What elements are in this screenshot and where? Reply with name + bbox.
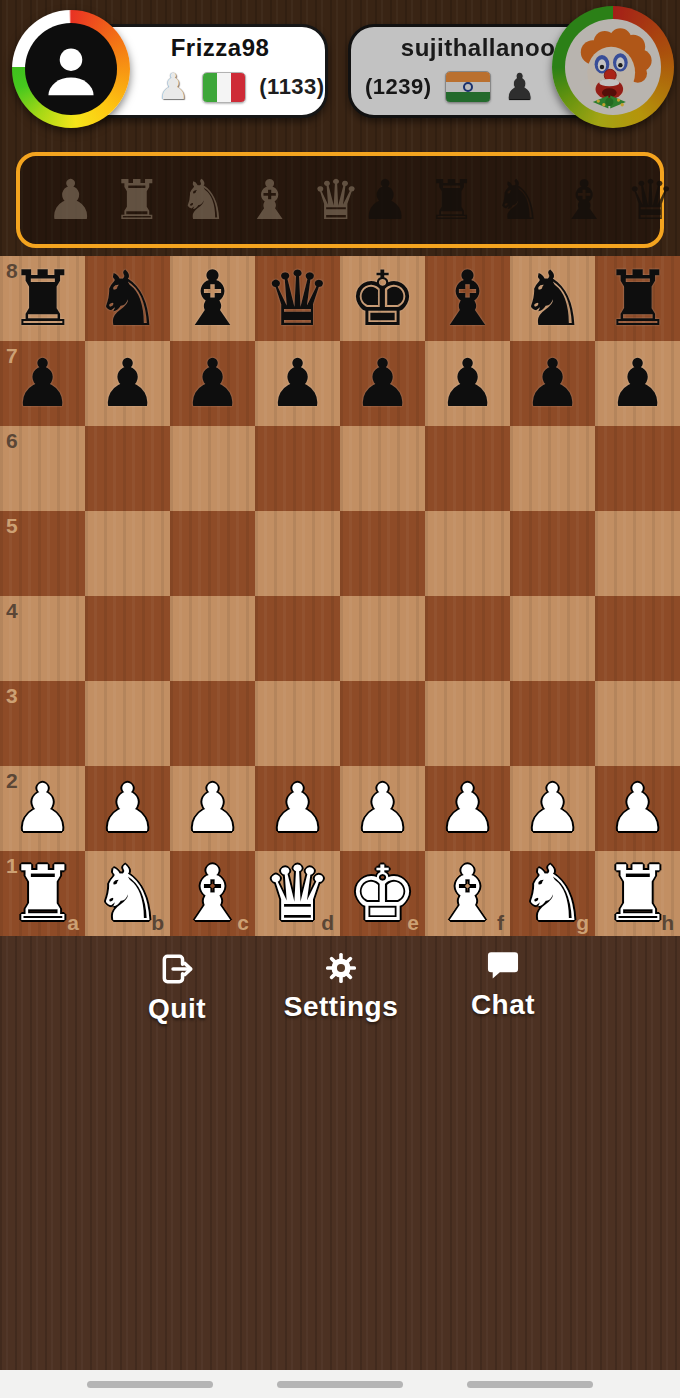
square-c1[interactable]: c♝: [170, 851, 255, 936]
piece-black-king[interactable]: ♚: [340, 256, 425, 341]
square-d7[interactable]: ♟: [255, 341, 340, 426]
settings-label: Settings: [284, 991, 398, 1023]
square-h2[interactable]: ♟: [595, 766, 680, 851]
square-c8[interactable]: ♝: [170, 256, 255, 341]
person-icon: [38, 36, 104, 102]
player-black-rating: (1239): [365, 74, 432, 100]
file-label-d: d: [321, 912, 334, 933]
square-f7[interactable]: ♟: [425, 341, 510, 426]
tray-ghost-white-knight: ♞: [179, 173, 228, 228]
square-g4[interactable]: [510, 596, 595, 681]
rank-label-1: 1: [6, 855, 18, 876]
square-a6[interactable]: 6: [0, 426, 85, 511]
square-d5[interactable]: [255, 511, 340, 596]
square-f1[interactable]: f♝: [425, 851, 510, 936]
file-label-h: h: [661, 912, 674, 933]
piece-black-bishop[interactable]: ♝: [170, 256, 255, 341]
square-b1[interactable]: b♞: [85, 851, 170, 936]
square-h4[interactable]: [595, 596, 680, 681]
square-b6[interactable]: [85, 426, 170, 511]
square-e8[interactable]: ♚: [340, 256, 425, 341]
rank-label-3: 3: [6, 685, 18, 706]
square-b4[interactable]: [85, 596, 170, 681]
square-b7[interactable]: ♟: [85, 341, 170, 426]
player-white-rating: (1133): [259, 74, 324, 100]
square-a7[interactable]: 7♟: [0, 341, 85, 426]
chess-app-screen: Frizza98 ♟ (1133) sujithallanoor (12: [0, 0, 680, 1398]
file-label-b: b: [151, 912, 164, 933]
piece-black-bishop[interactable]: ♝: [425, 256, 510, 341]
player-card-white[interactable]: Frizza98 ♟ (1133): [12, 10, 334, 134]
quit-label: Quit: [148, 993, 206, 1025]
captured-black-group: ♟♜♞♝♛: [361, 173, 676, 228]
captured-white-group: ♟♜♞♝♛: [46, 173, 361, 228]
black-pawn-side-icon: ♟: [504, 69, 536, 105]
tray-ghost-black-pawn: ♟: [361, 173, 410, 228]
square-b5[interactable]: [85, 511, 170, 596]
piece-black-rook[interactable]: ♜: [595, 256, 680, 341]
rank-label-6: 6: [6, 430, 18, 451]
white-pawn-side-icon: ♟: [157, 69, 189, 105]
chat-label: Chat: [471, 989, 535, 1021]
square-e2[interactable]: ♟: [340, 766, 425, 851]
square-d4[interactable]: [255, 596, 340, 681]
piece-black-pawn[interactable]: ♟: [340, 341, 425, 426]
square-d1[interactable]: d♛: [255, 851, 340, 936]
quit-button[interactable]: Quit: [102, 950, 252, 1025]
file-label-c: c: [237, 912, 249, 933]
square-e1[interactable]: e♚: [340, 851, 425, 936]
square-a4[interactable]: 4: [0, 596, 85, 681]
tray-ghost-black-queen: ♛: [626, 173, 675, 228]
tray-ghost-black-knight: ♞: [493, 173, 542, 228]
player-white-avatar[interactable]: [25, 23, 117, 115]
tray-ghost-black-rook: ♜: [427, 173, 476, 228]
captured-pieces-tray: ♟♜♞♝♛ ♟♜♞♝♛: [16, 152, 664, 248]
square-a1[interactable]: 1a♜: [0, 851, 85, 936]
rank-label-4: 4: [6, 600, 18, 621]
square-b2[interactable]: ♟: [85, 766, 170, 851]
square-a5[interactable]: 5: [0, 511, 85, 596]
square-h5[interactable]: [595, 511, 680, 596]
square-f6[interactable]: [425, 426, 510, 511]
rank-label-7: 7: [6, 345, 18, 366]
player-card-black[interactable]: sujithallanoor (1239) ♟: [348, 6, 674, 132]
square-e6[interactable]: [340, 426, 425, 511]
square-b8[interactable]: ♞: [85, 256, 170, 341]
nav-back-button[interactable]: [87, 1381, 213, 1388]
settings-button[interactable]: Settings: [266, 950, 416, 1023]
player-white-info-row: ♟ (1133): [157, 69, 325, 105]
piece-black-pawn[interactable]: ♟: [425, 341, 510, 426]
piece-black-knight[interactable]: ♞: [85, 256, 170, 341]
player-black-avatar[interactable]: [565, 19, 661, 115]
square-c2[interactable]: ♟: [170, 766, 255, 851]
square-h6[interactable]: [595, 426, 680, 511]
square-c7[interactable]: ♟: [170, 341, 255, 426]
chat-button[interactable]: Chat: [428, 946, 578, 1021]
piece-white-pawn[interactable]: ♟: [425, 766, 510, 851]
square-a2[interactable]: 2♟: [0, 766, 85, 851]
piece-black-pawn[interactable]: ♟: [510, 341, 595, 426]
square-g2[interactable]: ♟: [510, 766, 595, 851]
square-f2[interactable]: ♟: [425, 766, 510, 851]
piece-black-queen[interactable]: ♛: [255, 256, 340, 341]
square-a8[interactable]: 8♜: [0, 256, 85, 341]
player-white-name: Frizza98: [125, 34, 315, 62]
square-f5[interactable]: [425, 511, 510, 596]
square-c3[interactable]: [170, 681, 255, 766]
system-nav-bar: [0, 1370, 680, 1398]
square-d3[interactable]: [255, 681, 340, 766]
square-h8[interactable]: ♜: [595, 256, 680, 341]
player-black-rating-ring: [552, 6, 674, 128]
exit-icon: [158, 950, 196, 988]
square-e5[interactable]: [340, 511, 425, 596]
file-label-g: g: [576, 912, 589, 933]
tray-ghost-white-pawn: ♟: [46, 173, 95, 228]
tray-ghost-black-bishop: ♝: [560, 173, 609, 228]
square-g1[interactable]: g♞: [510, 851, 595, 936]
player-white-rating-ring: [12, 10, 130, 128]
gear-icon: [323, 950, 359, 986]
piece-white-pawn[interactable]: ♟: [510, 766, 595, 851]
square-e7[interactable]: ♟: [340, 341, 425, 426]
piece-black-knight[interactable]: ♞: [510, 256, 595, 341]
square-f8[interactable]: ♝: [425, 256, 510, 341]
piece-white-pawn[interactable]: ♟: [595, 766, 680, 851]
file-label-e: e: [407, 912, 419, 933]
square-f4[interactable]: [425, 596, 510, 681]
piece-white-pawn[interactable]: ♟: [255, 766, 340, 851]
tray-ghost-white-queen: ♛: [311, 173, 360, 228]
piece-black-pawn[interactable]: ♟: [255, 341, 340, 426]
square-g8[interactable]: ♞: [510, 256, 595, 341]
chess-board: 8♜♞♝♛♚♝♞♜7♟♟♟♟♟♟♟♟65432♟♟♟♟♟♟♟♟1a♜b♞c♝d♛…: [0, 256, 680, 936]
chat-bubble-icon: [484, 946, 522, 984]
square-d6[interactable]: [255, 426, 340, 511]
square-b3[interactable]: [85, 681, 170, 766]
tray-ghost-white-bishop: ♝: [245, 173, 294, 228]
india-flag-icon: [445, 71, 491, 103]
tray-ghost-white-rook: ♜: [112, 173, 161, 228]
square-e4[interactable]: [340, 596, 425, 681]
square-g5[interactable]: [510, 511, 595, 596]
square-g3[interactable]: [510, 681, 595, 766]
player-black-info-row: (1239) ♟: [365, 69, 536, 105]
square-d8[interactable]: ♛: [255, 256, 340, 341]
square-h3[interactable]: [595, 681, 680, 766]
square-h1[interactable]: h♜: [595, 851, 680, 936]
italy-flag-icon: [202, 72, 246, 103]
square-a3[interactable]: 3: [0, 681, 85, 766]
square-h7[interactable]: ♟: [595, 341, 680, 426]
square-f3[interactable]: [425, 681, 510, 766]
square-c6[interactable]: [170, 426, 255, 511]
piece-white-pawn[interactable]: ♟: [170, 766, 255, 851]
piece-white-pawn[interactable]: ♟: [340, 766, 425, 851]
piece-black-pawn[interactable]: ♟: [85, 341, 170, 426]
square-c5[interactable]: [170, 511, 255, 596]
rank-label-8: 8: [6, 260, 18, 281]
file-label-a: a: [67, 912, 79, 933]
square-g6[interactable]: [510, 426, 595, 511]
rank-label-5: 5: [6, 515, 18, 536]
square-d2[interactable]: ♟: [255, 766, 340, 851]
square-c4[interactable]: [170, 596, 255, 681]
piece-black-pawn[interactable]: ♟: [595, 341, 680, 426]
nav-recents-button[interactable]: [467, 1381, 593, 1388]
piece-black-pawn[interactable]: ♟: [170, 341, 255, 426]
file-label-f: f: [497, 912, 504, 933]
clown-avatar-icon: [567, 21, 659, 113]
square-e3[interactable]: [340, 681, 425, 766]
rank-label-2: 2: [6, 770, 18, 791]
square-g7[interactable]: ♟: [510, 341, 595, 426]
piece-white-pawn[interactable]: ♟: [85, 766, 170, 851]
nav-home-button[interactable]: [277, 1381, 403, 1388]
